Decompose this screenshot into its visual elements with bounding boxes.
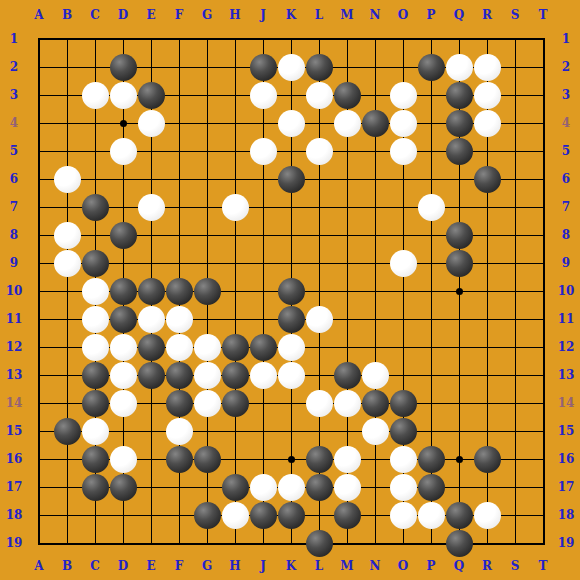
intersection-C6[interactable] [81, 165, 109, 193]
intersection-G11[interactable] [193, 305, 221, 333]
intersection-T10[interactable] [529, 277, 557, 305]
intersection-G12[interactable] [193, 333, 221, 361]
intersection-K9[interactable] [277, 249, 305, 277]
intersection-D17[interactable] [109, 473, 137, 501]
intersection-T1[interactable] [529, 25, 557, 53]
intersection-G9[interactable] [193, 249, 221, 277]
intersection-D6[interactable] [109, 165, 137, 193]
intersection-H5[interactable] [221, 137, 249, 165]
intersection-K16[interactable] [277, 445, 305, 473]
intersection-P18[interactable] [417, 501, 445, 529]
intersection-K4[interactable] [277, 109, 305, 137]
intersection-N4[interactable] [361, 109, 389, 137]
intersection-B15[interactable] [53, 417, 81, 445]
intersection-H15[interactable] [221, 417, 249, 445]
intersection-F10[interactable] [165, 277, 193, 305]
intersection-L2[interactable] [305, 53, 333, 81]
intersection-G1[interactable] [193, 25, 221, 53]
intersection-B14[interactable] [53, 389, 81, 417]
intersection-F12[interactable] [165, 333, 193, 361]
intersection-N14[interactable] [361, 389, 389, 417]
intersection-O17[interactable] [389, 473, 417, 501]
intersection-D14[interactable] [109, 389, 137, 417]
intersection-J5[interactable] [249, 137, 277, 165]
intersection-D5[interactable] [109, 137, 137, 165]
intersection-R4[interactable] [473, 109, 501, 137]
intersection-D18[interactable] [109, 501, 137, 529]
intersection-H18[interactable] [221, 501, 249, 529]
intersection-A10[interactable] [25, 277, 53, 305]
intersection-T7[interactable] [529, 193, 557, 221]
intersection-S14[interactable] [501, 389, 529, 417]
intersection-A11[interactable] [25, 305, 53, 333]
intersection-Q15[interactable] [445, 417, 473, 445]
intersection-Q5[interactable] [445, 137, 473, 165]
intersection-H19[interactable] [221, 529, 249, 557]
intersection-Q3[interactable] [445, 81, 473, 109]
intersection-P3[interactable] [417, 81, 445, 109]
intersection-E11[interactable] [137, 305, 165, 333]
intersection-L11[interactable] [305, 305, 333, 333]
intersection-O4[interactable] [389, 109, 417, 137]
intersection-F13[interactable] [165, 361, 193, 389]
intersection-O15[interactable] [389, 417, 417, 445]
intersection-O5[interactable] [389, 137, 417, 165]
intersection-S15[interactable] [501, 417, 529, 445]
intersection-P15[interactable] [417, 417, 445, 445]
intersection-G4[interactable] [193, 109, 221, 137]
intersection-J7[interactable] [249, 193, 277, 221]
intersection-F17[interactable] [165, 473, 193, 501]
intersection-M8[interactable] [333, 221, 361, 249]
intersection-M5[interactable] [333, 137, 361, 165]
intersection-M15[interactable] [333, 417, 361, 445]
intersection-K1[interactable] [277, 25, 305, 53]
intersection-R7[interactable] [473, 193, 501, 221]
intersection-T19[interactable] [529, 529, 557, 557]
intersection-G18[interactable] [193, 501, 221, 529]
intersection-Q7[interactable] [445, 193, 473, 221]
intersection-Q13[interactable] [445, 361, 473, 389]
intersection-N8[interactable] [361, 221, 389, 249]
intersection-S8[interactable] [501, 221, 529, 249]
intersection-L13[interactable] [305, 361, 333, 389]
intersection-K14[interactable] [277, 389, 305, 417]
intersection-D12[interactable] [109, 333, 137, 361]
intersection-L17[interactable] [305, 473, 333, 501]
intersection-O6[interactable] [389, 165, 417, 193]
intersection-T3[interactable] [529, 81, 557, 109]
intersection-E5[interactable] [137, 137, 165, 165]
intersection-S19[interactable] [501, 529, 529, 557]
intersection-O18[interactable] [389, 501, 417, 529]
intersection-N6[interactable] [361, 165, 389, 193]
intersection-H7[interactable] [221, 193, 249, 221]
intersection-K11[interactable] [277, 305, 305, 333]
intersection-Q6[interactable] [445, 165, 473, 193]
intersection-E1[interactable] [137, 25, 165, 53]
intersection-M14[interactable] [333, 389, 361, 417]
intersection-T2[interactable] [529, 53, 557, 81]
intersection-Q19[interactable] [445, 529, 473, 557]
intersection-H9[interactable] [221, 249, 249, 277]
intersection-C8[interactable] [81, 221, 109, 249]
intersection-G15[interactable] [193, 417, 221, 445]
intersection-J10[interactable] [249, 277, 277, 305]
intersection-N9[interactable] [361, 249, 389, 277]
intersection-B13[interactable] [53, 361, 81, 389]
intersection-P12[interactable] [417, 333, 445, 361]
intersection-S4[interactable] [501, 109, 529, 137]
intersection-L14[interactable] [305, 389, 333, 417]
intersection-M9[interactable] [333, 249, 361, 277]
intersection-J8[interactable] [249, 221, 277, 249]
intersection-T16[interactable] [529, 445, 557, 473]
intersection-R2[interactable] [473, 53, 501, 81]
intersection-L18[interactable] [305, 501, 333, 529]
intersection-B12[interactable] [53, 333, 81, 361]
intersection-O14[interactable] [389, 389, 417, 417]
intersection-K3[interactable] [277, 81, 305, 109]
intersection-P2[interactable] [417, 53, 445, 81]
intersection-Q18[interactable] [445, 501, 473, 529]
intersection-D1[interactable] [109, 25, 137, 53]
intersection-J3[interactable] [249, 81, 277, 109]
intersection-H3[interactable] [221, 81, 249, 109]
intersection-C14[interactable] [81, 389, 109, 417]
intersection-B2[interactable] [53, 53, 81, 81]
intersection-N5[interactable] [361, 137, 389, 165]
intersection-J18[interactable] [249, 501, 277, 529]
intersection-H10[interactable] [221, 277, 249, 305]
intersection-H4[interactable] [221, 109, 249, 137]
intersection-S1[interactable] [501, 25, 529, 53]
intersection-B11[interactable] [53, 305, 81, 333]
intersection-R13[interactable] [473, 361, 501, 389]
intersection-D19[interactable] [109, 529, 137, 557]
intersection-R9[interactable] [473, 249, 501, 277]
intersection-E17[interactable] [137, 473, 165, 501]
intersection-F5[interactable] [165, 137, 193, 165]
intersection-E12[interactable] [137, 333, 165, 361]
intersection-J19[interactable] [249, 529, 277, 557]
intersection-K7[interactable] [277, 193, 305, 221]
intersection-O11[interactable] [389, 305, 417, 333]
intersection-O16[interactable] [389, 445, 417, 473]
intersection-G10[interactable] [193, 277, 221, 305]
intersection-K17[interactable] [277, 473, 305, 501]
intersection-A17[interactable] [25, 473, 53, 501]
intersection-L5[interactable] [305, 137, 333, 165]
intersection-H17[interactable] [221, 473, 249, 501]
intersection-E4[interactable] [137, 109, 165, 137]
intersection-S7[interactable] [501, 193, 529, 221]
intersection-F15[interactable] [165, 417, 193, 445]
intersection-R6[interactable] [473, 165, 501, 193]
intersection-B4[interactable] [53, 109, 81, 137]
intersection-D2[interactable] [109, 53, 137, 81]
intersection-F19[interactable] [165, 529, 193, 557]
intersection-S9[interactable] [501, 249, 529, 277]
intersection-T9[interactable] [529, 249, 557, 277]
intersection-C16[interactable] [81, 445, 109, 473]
intersection-C18[interactable] [81, 501, 109, 529]
intersection-P16[interactable] [417, 445, 445, 473]
intersection-M13[interactable] [333, 361, 361, 389]
intersection-S18[interactable] [501, 501, 529, 529]
intersection-T11[interactable] [529, 305, 557, 333]
intersection-E6[interactable] [137, 165, 165, 193]
intersection-P6[interactable] [417, 165, 445, 193]
intersection-A16[interactable] [25, 445, 53, 473]
intersection-A3[interactable] [25, 81, 53, 109]
intersection-S16[interactable] [501, 445, 529, 473]
intersection-R8[interactable] [473, 221, 501, 249]
intersection-G14[interactable] [193, 389, 221, 417]
intersection-A7[interactable] [25, 193, 53, 221]
intersection-B7[interactable] [53, 193, 81, 221]
intersection-G13[interactable] [193, 361, 221, 389]
intersection-E7[interactable] [137, 193, 165, 221]
intersection-C11[interactable] [81, 305, 109, 333]
intersection-A19[interactable] [25, 529, 53, 557]
intersection-J9[interactable] [249, 249, 277, 277]
intersection-Q14[interactable] [445, 389, 473, 417]
intersection-G19[interactable] [193, 529, 221, 557]
intersection-N15[interactable] [361, 417, 389, 445]
intersection-G5[interactable] [193, 137, 221, 165]
intersection-N19[interactable] [361, 529, 389, 557]
intersection-E18[interactable] [137, 501, 165, 529]
intersection-D4[interactable] [109, 109, 137, 137]
intersection-J14[interactable] [249, 389, 277, 417]
intersection-P4[interactable] [417, 109, 445, 137]
intersection-Q1[interactable] [445, 25, 473, 53]
intersection-T18[interactable] [529, 501, 557, 529]
intersection-F4[interactable] [165, 109, 193, 137]
intersection-S3[interactable] [501, 81, 529, 109]
intersection-T15[interactable] [529, 417, 557, 445]
intersection-F11[interactable] [165, 305, 193, 333]
intersection-S6[interactable] [501, 165, 529, 193]
intersection-Q17[interactable] [445, 473, 473, 501]
intersection-C15[interactable] [81, 417, 109, 445]
intersection-P14[interactable] [417, 389, 445, 417]
intersection-T5[interactable] [529, 137, 557, 165]
intersection-M6[interactable] [333, 165, 361, 193]
intersection-P5[interactable] [417, 137, 445, 165]
intersection-E16[interactable] [137, 445, 165, 473]
intersection-O19[interactable] [389, 529, 417, 557]
intersection-P10[interactable] [417, 277, 445, 305]
intersection-C9[interactable] [81, 249, 109, 277]
intersection-A8[interactable] [25, 221, 53, 249]
intersection-C12[interactable] [81, 333, 109, 361]
intersection-P7[interactable] [417, 193, 445, 221]
intersection-E3[interactable] [137, 81, 165, 109]
intersection-O10[interactable] [389, 277, 417, 305]
intersection-J1[interactable] [249, 25, 277, 53]
intersection-B17[interactable] [53, 473, 81, 501]
intersection-B16[interactable] [53, 445, 81, 473]
intersection-R5[interactable] [473, 137, 501, 165]
intersection-C13[interactable] [81, 361, 109, 389]
intersection-H16[interactable] [221, 445, 249, 473]
intersection-R10[interactable] [473, 277, 501, 305]
intersection-H14[interactable] [221, 389, 249, 417]
intersection-M10[interactable] [333, 277, 361, 305]
intersection-N2[interactable] [361, 53, 389, 81]
intersection-B19[interactable] [53, 529, 81, 557]
intersection-K19[interactable] [277, 529, 305, 557]
intersection-E14[interactable] [137, 389, 165, 417]
intersection-N18[interactable] [361, 501, 389, 529]
intersection-T13[interactable] [529, 361, 557, 389]
intersection-J17[interactable] [249, 473, 277, 501]
intersection-J4[interactable] [249, 109, 277, 137]
intersection-H11[interactable] [221, 305, 249, 333]
intersection-T12[interactable] [529, 333, 557, 361]
intersection-S13[interactable] [501, 361, 529, 389]
intersection-A14[interactable] [25, 389, 53, 417]
intersection-P13[interactable] [417, 361, 445, 389]
intersection-E19[interactable] [137, 529, 165, 557]
intersection-O2[interactable] [389, 53, 417, 81]
intersection-F2[interactable] [165, 53, 193, 81]
intersection-N7[interactable] [361, 193, 389, 221]
intersection-G6[interactable] [193, 165, 221, 193]
intersection-C7[interactable] [81, 193, 109, 221]
intersection-Q11[interactable] [445, 305, 473, 333]
intersection-M3[interactable] [333, 81, 361, 109]
intersection-C4[interactable] [81, 109, 109, 137]
intersection-R14[interactable] [473, 389, 501, 417]
intersection-K5[interactable] [277, 137, 305, 165]
intersection-K10[interactable] [277, 277, 305, 305]
intersection-F18[interactable] [165, 501, 193, 529]
intersection-D11[interactable] [109, 305, 137, 333]
intersection-B5[interactable] [53, 137, 81, 165]
intersection-F6[interactable] [165, 165, 193, 193]
intersection-R15[interactable] [473, 417, 501, 445]
intersection-E13[interactable] [137, 361, 165, 389]
intersection-T4[interactable] [529, 109, 557, 137]
intersection-M19[interactable] [333, 529, 361, 557]
intersection-O8[interactable] [389, 221, 417, 249]
intersection-K18[interactable] [277, 501, 305, 529]
intersection-N10[interactable] [361, 277, 389, 305]
intersection-M12[interactable] [333, 333, 361, 361]
intersection-P19[interactable] [417, 529, 445, 557]
intersection-O1[interactable] [389, 25, 417, 53]
intersection-S2[interactable] [501, 53, 529, 81]
intersection-N3[interactable] [361, 81, 389, 109]
intersection-P1[interactable] [417, 25, 445, 53]
intersection-B1[interactable] [53, 25, 81, 53]
intersection-G16[interactable] [193, 445, 221, 473]
intersection-A6[interactable] [25, 165, 53, 193]
intersection-F16[interactable] [165, 445, 193, 473]
intersection-B9[interactable] [53, 249, 81, 277]
intersection-D16[interactable] [109, 445, 137, 473]
intersection-C1[interactable] [81, 25, 109, 53]
intersection-D8[interactable] [109, 221, 137, 249]
intersection-D3[interactable] [109, 81, 137, 109]
intersection-C2[interactable] [81, 53, 109, 81]
intersection-F3[interactable] [165, 81, 193, 109]
intersection-F1[interactable] [165, 25, 193, 53]
intersection-C17[interactable] [81, 473, 109, 501]
intersection-O7[interactable] [389, 193, 417, 221]
intersection-K8[interactable] [277, 221, 305, 249]
intersection-L1[interactable] [305, 25, 333, 53]
intersection-R11[interactable] [473, 305, 501, 333]
intersection-O3[interactable] [389, 81, 417, 109]
intersection-B6[interactable] [53, 165, 81, 193]
intersection-P11[interactable] [417, 305, 445, 333]
intersection-J2[interactable] [249, 53, 277, 81]
intersection-E15[interactable] [137, 417, 165, 445]
intersection-Q9[interactable] [445, 249, 473, 277]
intersection-K6[interactable] [277, 165, 305, 193]
intersection-M1[interactable] [333, 25, 361, 53]
intersection-D13[interactable] [109, 361, 137, 389]
intersection-O12[interactable] [389, 333, 417, 361]
intersection-F9[interactable] [165, 249, 193, 277]
intersection-A4[interactable] [25, 109, 53, 137]
intersection-J12[interactable] [249, 333, 277, 361]
intersection-C3[interactable] [81, 81, 109, 109]
intersection-L15[interactable] [305, 417, 333, 445]
intersection-K2[interactable] [277, 53, 305, 81]
intersection-N11[interactable] [361, 305, 389, 333]
intersection-J16[interactable] [249, 445, 277, 473]
intersection-K15[interactable] [277, 417, 305, 445]
intersection-T17[interactable] [529, 473, 557, 501]
intersection-L8[interactable] [305, 221, 333, 249]
intersection-Q10[interactable] [445, 277, 473, 305]
intersection-F7[interactable] [165, 193, 193, 221]
intersection-R12[interactable] [473, 333, 501, 361]
intersection-R16[interactable] [473, 445, 501, 473]
intersection-H1[interactable] [221, 25, 249, 53]
intersection-K12[interactable] [277, 333, 305, 361]
intersection-G8[interactable] [193, 221, 221, 249]
intersection-B3[interactable] [53, 81, 81, 109]
intersection-M7[interactable] [333, 193, 361, 221]
intersection-E2[interactable] [137, 53, 165, 81]
intersection-J11[interactable] [249, 305, 277, 333]
intersection-Q16[interactable] [445, 445, 473, 473]
intersection-M18[interactable] [333, 501, 361, 529]
intersection-D10[interactable] [109, 277, 137, 305]
intersection-M11[interactable] [333, 305, 361, 333]
intersection-Q4[interactable] [445, 109, 473, 137]
intersection-N17[interactable] [361, 473, 389, 501]
intersection-F8[interactable] [165, 221, 193, 249]
intersection-L16[interactable] [305, 445, 333, 473]
intersection-R1[interactable] [473, 25, 501, 53]
intersection-D9[interactable] [109, 249, 137, 277]
intersection-L10[interactable] [305, 277, 333, 305]
intersection-E8[interactable] [137, 221, 165, 249]
intersection-M17[interactable] [333, 473, 361, 501]
intersection-P8[interactable] [417, 221, 445, 249]
intersection-R19[interactable] [473, 529, 501, 557]
intersection-S17[interactable] [501, 473, 529, 501]
intersection-S11[interactable] [501, 305, 529, 333]
intersection-K13[interactable] [277, 361, 305, 389]
